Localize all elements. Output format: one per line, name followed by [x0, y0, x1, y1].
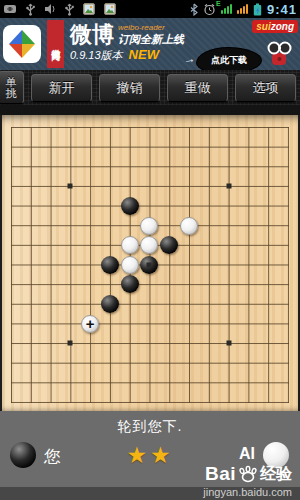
star-point [147, 262, 152, 267]
bottom-panel: 轮到您下. 您 ★★ AI Bai 经验 jingyan.baidu.com [0, 411, 300, 500]
screenshot-thumb-icon [83, 3, 95, 15]
white-stone [180, 217, 198, 235]
clock-time: 9:41 [267, 2, 297, 17]
white-stone [121, 236, 139, 254]
black-stone [121, 275, 139, 293]
baidu-url-text: jingyan.baidu.com [203, 486, 292, 498]
baidu-latin-text: Bai [205, 463, 236, 485]
baidu-cn-text: 经验 [260, 464, 292, 485]
banner-subtitle-en: weibo-reader [118, 23, 184, 32]
suizong-logo: suizong [252, 20, 298, 33]
android-status-bar: E 9:41 [0, 0, 300, 18]
speaker-icon [44, 3, 56, 15]
battery-charging-icon [253, 3, 262, 16]
app-screen: E 9:41 微博订阅 微博 weibo-reader 订阅全新上线 [0, 0, 300, 500]
cartoon-mascot-icon [264, 39, 294, 71]
baidu-watermark: Bai 经验 jingyan.baidu.com [203, 463, 292, 498]
banner-tagline: 订阅全新上线 [118, 32, 184, 46]
ai-label: AI [239, 445, 255, 463]
white-stone [140, 236, 158, 254]
new-badge: NEW [129, 47, 159, 62]
new-game-button[interactable]: 新开 [31, 74, 92, 102]
star-point [226, 341, 231, 346]
vertical-banner-label: 微博订阅 [47, 20, 64, 68]
star-point [226, 184, 231, 189]
usb-icon [65, 3, 74, 16]
gomoku-board[interactable]: + [0, 115, 300, 411]
weibo-reader-app-icon[interactable] [3, 25, 41, 63]
arrow-icon: → [182, 51, 197, 67]
redo-button[interactable]: 重做 [167, 74, 228, 102]
battery-dock-icon [3, 4, 17, 14]
banner-text-block: 微博 weibo-reader 订阅全新上线 0.9.13版本NEW [70, 23, 184, 62]
screenshot-thumb-icon [104, 3, 116, 15]
banner-version: 0.9.13版本 [70, 49, 123, 61]
board-top-gap [0, 105, 300, 115]
alarm-clock-icon [203, 3, 216, 16]
bluetooth-icon [190, 3, 198, 16]
last-move-marker: + [82, 316, 98, 332]
turn-status-text: 轮到您下. [0, 411, 300, 436]
mode-button[interactable]: 单挑 [0, 71, 24, 104]
white-stone [140, 217, 158, 235]
game-toolbar: 单挑 新开 撤销 重做 选项 [0, 70, 300, 105]
black-stone [101, 256, 119, 274]
white-stone: + [81, 315, 99, 333]
black-stone [160, 236, 178, 254]
pinwheel-icon [7, 29, 37, 59]
white-stone [121, 256, 139, 274]
options-button[interactable]: 选项 [235, 74, 296, 102]
signal-bars-orange-icon [237, 4, 248, 14]
star-point [68, 341, 73, 346]
ad-banner[interactable]: 微博订阅 微博 weibo-reader 订阅全新上线 0.9.13版本NEW … [0, 18, 300, 70]
signal-bars-green-icon: E [221, 4, 232, 14]
undo-button[interactable]: 撤销 [99, 74, 160, 102]
star-point [68, 184, 73, 189]
network-e-label: E [216, 0, 221, 7]
baidu-paw-icon [238, 464, 258, 484]
black-stone [121, 197, 139, 215]
black-stone [101, 295, 119, 313]
usb-icon [26, 3, 35, 16]
banner-title: 微博 [70, 23, 114, 47]
